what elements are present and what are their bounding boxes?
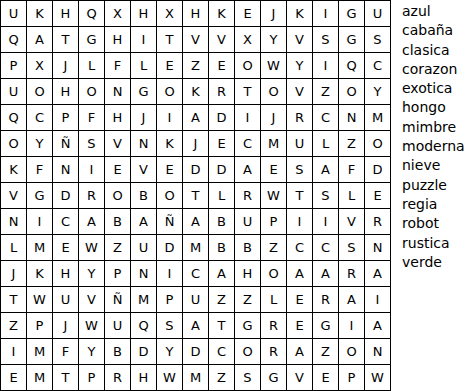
- grid-cell-r15c11[interactable]: G: [261, 365, 287, 391]
- grid-cell-r11c14[interactable]: R: [339, 261, 365, 287]
- grid-cell-r10c14[interactable]: S: [339, 235, 365, 261]
- grid-cell-r6c4[interactable]: S: [79, 131, 105, 157]
- grid-cell-r13c11[interactable]: R: [261, 313, 287, 339]
- grid-cell-r15c13[interactable]: E: [313, 365, 339, 391]
- grid-cell-r6c3[interactable]: Ñ: [53, 131, 79, 157]
- grid-cell-r1c14[interactable]: G: [339, 1, 365, 27]
- grid-cell-r4c1[interactable]: U: [1, 79, 27, 105]
- grid-cell-r11c7[interactable]: I: [157, 261, 183, 287]
- grid-cell-r2c12[interactable]: V: [287, 27, 313, 53]
- grid-cell-r1c9[interactable]: K: [209, 1, 235, 27]
- grid-cell-r14c9[interactable]: C: [209, 339, 235, 365]
- grid-cell-r11c6[interactable]: N: [131, 261, 157, 287]
- grid-cell-r11c12[interactable]: A: [287, 261, 313, 287]
- grid-cell-r12c2[interactable]: W: [27, 287, 53, 313]
- grid-cell-r1c1[interactable]: U: [1, 1, 27, 27]
- grid-cell-r12c12[interactable]: E: [287, 287, 313, 313]
- grid-cell-r9c2[interactable]: I: [27, 209, 53, 235]
- grid-cell-r8c8[interactable]: T: [183, 183, 209, 209]
- grid-cell-r2c10[interactable]: X: [235, 27, 261, 53]
- grid-cell-r8c6[interactable]: B: [131, 183, 157, 209]
- grid-cell-r3c10[interactable]: O: [235, 53, 261, 79]
- grid-cell-r5c14[interactable]: N: [339, 105, 365, 131]
- grid-cell-r10c3[interactable]: E: [53, 235, 79, 261]
- grid-cell-r6c7[interactable]: K: [157, 131, 183, 157]
- grid-cell-r14c11[interactable]: R: [261, 339, 287, 365]
- grid-cell-r14c14[interactable]: O: [339, 339, 365, 365]
- grid-cell-r2c13[interactable]: S: [313, 27, 339, 53]
- grid-cell-r13c15[interactable]: A: [365, 313, 391, 339]
- grid-cell-r6c9[interactable]: E: [209, 131, 235, 157]
- grid-cell-r6c10[interactable]: C: [235, 131, 261, 157]
- grid-cell-r1c10[interactable]: E: [235, 1, 261, 27]
- grid-cell-r12c1[interactable]: T: [1, 287, 27, 313]
- grid-cell-r10c13[interactable]: C: [313, 235, 339, 261]
- grid-cell-r15c6[interactable]: H: [131, 365, 157, 391]
- grid-cell-r11c13[interactable]: A: [313, 261, 339, 287]
- grid-cell-r7c5[interactable]: E: [105, 157, 131, 183]
- grid-cell-r11c8[interactable]: C: [183, 261, 209, 287]
- grid-cell-r4c11[interactable]: O: [261, 79, 287, 105]
- grid-cell-r8c7[interactable]: O: [157, 183, 183, 209]
- grid-cell-r10c4[interactable]: W: [79, 235, 105, 261]
- grid-cell-r5c10[interactable]: I: [235, 105, 261, 131]
- grid-cell-r15c3[interactable]: T: [53, 365, 79, 391]
- grid-cell-r6c13[interactable]: L: [313, 131, 339, 157]
- grid-cell-r1c7[interactable]: X: [157, 1, 183, 27]
- grid-cell-r5c12[interactable]: R: [287, 105, 313, 131]
- grid-cell-r3c4[interactable]: L: [79, 53, 105, 79]
- grid-cell-r9c1[interactable]: N: [1, 209, 27, 235]
- grid-cell-r12c13[interactable]: R: [313, 287, 339, 313]
- grid-cell-r2c3[interactable]: T: [53, 27, 79, 53]
- grid-cell-r7c1[interactable]: K: [1, 157, 27, 183]
- grid-cell-r10c12[interactable]: C: [287, 235, 313, 261]
- grid-cell-r4c9[interactable]: R: [209, 79, 235, 105]
- grid-cell-r2c14[interactable]: G: [339, 27, 365, 53]
- grid-cell-r1c4[interactable]: Q: [79, 1, 105, 27]
- grid-cell-r7c6[interactable]: V: [131, 157, 157, 183]
- grid-cell-r14c7[interactable]: Y: [157, 339, 183, 365]
- word-list-item: exotica: [402, 79, 465, 98]
- word-list-item: hongo: [402, 98, 465, 117]
- grid-cell-r11c11[interactable]: O: [261, 261, 287, 287]
- grid-cell-r10c1[interactable]: L: [1, 235, 27, 261]
- grid-cell-r15c14[interactable]: P: [339, 365, 365, 391]
- grid-cell-r12c14[interactable]: A: [339, 287, 365, 313]
- grid-cell-r1c13[interactable]: I: [313, 1, 339, 27]
- grid-cell-r4c8[interactable]: K: [183, 79, 209, 105]
- grid-cell-r15c15[interactable]: W: [365, 365, 391, 391]
- grid-cell-r3c5[interactable]: F: [105, 53, 131, 79]
- grid-cell-r11c9[interactable]: A: [209, 261, 235, 287]
- grid-cell-r7c3[interactable]: N: [53, 157, 79, 183]
- word-list-item: azul: [402, 2, 465, 21]
- word-list-item: rustica: [402, 234, 465, 253]
- grid-cell-r6c14[interactable]: Z: [339, 131, 365, 157]
- grid-cell-r12c5[interactable]: Ñ: [105, 287, 131, 313]
- grid-cell-r2c5[interactable]: H: [105, 27, 131, 53]
- word-search-grid: UKHQXHXHKEJKIGUQATGHITVVXYVSGSPXJLFLEZEO…: [0, 0, 391, 391]
- grid-cell-r15c7[interactable]: W: [157, 365, 183, 391]
- grid-cell-r7c12[interactable]: S: [287, 157, 313, 183]
- grid-cell-r10c10[interactable]: B: [235, 235, 261, 261]
- grid-cell-r14c6[interactable]: D: [131, 339, 157, 365]
- grid-cell-r7c11[interactable]: E: [261, 157, 287, 183]
- grid-cell-r5c2[interactable]: C: [27, 105, 53, 131]
- grid-cell-r13c1[interactable]: Z: [1, 313, 27, 339]
- grid-cell-r8c13[interactable]: S: [313, 183, 339, 209]
- grid-cell-r13c8[interactable]: A: [183, 313, 209, 339]
- grid-cell-r13c14[interactable]: I: [339, 313, 365, 339]
- grid-cell-r6c2[interactable]: Y: [27, 131, 53, 157]
- grid-cell-r11c1[interactable]: J: [1, 261, 27, 287]
- word-list-item: mimbre: [402, 118, 465, 137]
- grid-cell-r10c6[interactable]: U: [131, 235, 157, 261]
- grid-cell-r12c8[interactable]: U: [183, 287, 209, 313]
- word-list-item: corazon: [402, 60, 465, 79]
- grid-cell-r15c4[interactable]: P: [79, 365, 105, 391]
- grid-cell-r12c6[interactable]: M: [131, 287, 157, 313]
- grid-cell-r15c10[interactable]: S: [235, 365, 261, 391]
- grid-cell-r2c9[interactable]: V: [209, 27, 235, 53]
- grid-cell-r13c3[interactable]: J: [53, 313, 79, 339]
- word-list: azulcabañaclasicacorazonexoticahongomimb…: [402, 2, 465, 272]
- grid-cell-r9c7[interactable]: Ñ: [157, 209, 183, 235]
- grid-cell-r7c15[interactable]: D: [365, 157, 391, 183]
- grid-cell-r4c3[interactable]: H: [53, 79, 79, 105]
- grid-cell-r1c11[interactable]: J: [261, 1, 287, 27]
- grid-cell-r13c13[interactable]: G: [313, 313, 339, 339]
- grid-cell-r15c8[interactable]: M: [183, 365, 209, 391]
- grid-cell-r12c4[interactable]: V: [79, 287, 105, 313]
- grid-cell-r7c7[interactable]: E: [157, 157, 183, 183]
- grid-cell-r12c9[interactable]: Z: [209, 287, 235, 313]
- grid-cell-r3c9[interactable]: E: [209, 53, 235, 79]
- grid-cell-r1c3[interactable]: H: [53, 1, 79, 27]
- grid-cell-r3c11[interactable]: W: [261, 53, 287, 79]
- grid-cell-r11c3[interactable]: H: [53, 261, 79, 287]
- grid-cell-r5c15[interactable]: M: [365, 105, 391, 131]
- grid-cell-r7c4[interactable]: I: [79, 157, 105, 183]
- grid-cell-r4c15[interactable]: Y: [365, 79, 391, 105]
- grid-cell-r5c8[interactable]: A: [183, 105, 209, 131]
- grid-cell-r8c12[interactable]: T: [287, 183, 313, 209]
- grid-cell-r5c7[interactable]: I: [157, 105, 183, 131]
- grid-cell-r8c10[interactable]: R: [235, 183, 261, 209]
- grid-cell-r11c10[interactable]: H: [235, 261, 261, 287]
- grid-cell-r13c4[interactable]: W: [79, 313, 105, 339]
- grid-cell-r14c15[interactable]: N: [365, 339, 391, 365]
- grid-cell-r12c10[interactable]: Z: [235, 287, 261, 313]
- grid-cell-r14c4[interactable]: Y: [79, 339, 105, 365]
- grid-cell-r9c4[interactable]: A: [79, 209, 105, 235]
- grid-cell-r3c2[interactable]: X: [27, 53, 53, 79]
- grid-cell-r15c5[interactable]: R: [105, 365, 131, 391]
- grid-cell-r6c11[interactable]: M: [261, 131, 287, 157]
- word-list-item: robot: [402, 214, 465, 233]
- grid-cell-r3c14[interactable]: Q: [339, 53, 365, 79]
- grid-cell-r10c2[interactable]: M: [27, 235, 53, 261]
- grid-cell-r11c2[interactable]: K: [27, 261, 53, 287]
- grid-cell-r12c7[interactable]: P: [157, 287, 183, 313]
- grid-cell-r15c12[interactable]: V: [287, 365, 313, 391]
- grid-cell-r14c10[interactable]: O: [235, 339, 261, 365]
- word-search-page: UKHQXHXHKEJKIGUQATGHITVVXYVSGSPXJLFLEZEO…: [0, 0, 471, 391]
- grid-cell-r2c1[interactable]: Q: [1, 27, 27, 53]
- word-list-item: nieve: [402, 156, 465, 175]
- grid-cell-r9c6[interactable]: A: [131, 209, 157, 235]
- grid-cell-r4c6[interactable]: G: [131, 79, 157, 105]
- grid-cell-r7c2[interactable]: F: [27, 157, 53, 183]
- grid-cell-r7c10[interactable]: A: [235, 157, 261, 183]
- grid-cell-r4c10[interactable]: T: [235, 79, 261, 105]
- grid-cell-r9c11[interactable]: P: [261, 209, 287, 235]
- grid-cell-r6c6[interactable]: N: [131, 131, 157, 157]
- grid-cell-r3c1[interactable]: P: [1, 53, 27, 79]
- grid-cell-r10c5[interactable]: Z: [105, 235, 131, 261]
- grid-cell-r9c13[interactable]: I: [313, 209, 339, 235]
- grid-cell-r7c14[interactable]: F: [339, 157, 365, 183]
- grid-cell-r1c5[interactable]: X: [105, 1, 131, 27]
- grid-cell-r14c5[interactable]: B: [105, 339, 131, 365]
- grid-cell-r2c8[interactable]: V: [183, 27, 209, 53]
- grid-cell-r3c13[interactable]: I: [313, 53, 339, 79]
- grid-cell-r9c10[interactable]: U: [235, 209, 261, 235]
- grid-cell-r10c11[interactable]: Z: [261, 235, 287, 261]
- grid-cell-r1c15[interactable]: U: [365, 1, 391, 27]
- grid-cell-r6c5[interactable]: V: [105, 131, 131, 157]
- grid-cell-r6c12[interactable]: U: [287, 131, 313, 157]
- grid-cell-r4c12[interactable]: V: [287, 79, 313, 105]
- grid-cell-r3c12[interactable]: Y: [287, 53, 313, 79]
- grid-cell-r5c5[interactable]: H: [105, 105, 131, 131]
- grid-cell-r4c4[interactable]: O: [79, 79, 105, 105]
- grid-cell-r13c7[interactable]: S: [157, 313, 183, 339]
- grid-cell-r11c15[interactable]: A: [365, 261, 391, 287]
- word-list-item: moderna: [402, 137, 465, 156]
- grid-cell-r2c15[interactable]: S: [365, 27, 391, 53]
- grid-cell-r3c8[interactable]: Z: [183, 53, 209, 79]
- grid-cell-r4c5[interactable]: N: [105, 79, 131, 105]
- grid-cell-r7c13[interactable]: A: [313, 157, 339, 183]
- word-list-item: puzzle: [402, 176, 465, 195]
- grid-cell-r5c6[interactable]: J: [131, 105, 157, 131]
- grid-cell-r7c9[interactable]: D: [209, 157, 235, 183]
- grid-cell-r3c7[interactable]: E: [157, 53, 183, 79]
- grid-cell-r10c15[interactable]: N: [365, 235, 391, 261]
- grid-cell-r4c14[interactable]: O: [339, 79, 365, 105]
- grid-cell-r6c1[interactable]: O: [1, 131, 27, 157]
- grid-cell-r8c2[interactable]: G: [27, 183, 53, 209]
- grid-cell-r5c9[interactable]: D: [209, 105, 235, 131]
- grid-cell-r9c14[interactable]: V: [339, 209, 365, 235]
- grid-cell-r9c5[interactable]: B: [105, 209, 131, 235]
- grid-cell-r5c4[interactable]: F: [79, 105, 105, 131]
- grid-cell-r14c1[interactable]: I: [1, 339, 27, 365]
- grid-cell-r9c12[interactable]: I: [287, 209, 313, 235]
- grid-cell-r10c7[interactable]: D: [157, 235, 183, 261]
- grid-cell-r1c6[interactable]: H: [131, 1, 157, 27]
- grid-cell-r14c13[interactable]: Z: [313, 339, 339, 365]
- grid-cell-r7c8[interactable]: D: [183, 157, 209, 183]
- grid-cell-r9c15[interactable]: R: [365, 209, 391, 235]
- grid-cell-r5c3[interactable]: P: [53, 105, 79, 131]
- grid-cell-r13c6[interactable]: Q: [131, 313, 157, 339]
- grid-cell-r6c8[interactable]: J: [183, 131, 209, 157]
- grid-cell-r10c8[interactable]: M: [183, 235, 209, 261]
- grid-cell-r15c9[interactable]: Z: [209, 365, 235, 391]
- grid-cell-r14c8[interactable]: D: [183, 339, 209, 365]
- grid-cell-r14c2[interactable]: M: [27, 339, 53, 365]
- grid-cell-r15c1[interactable]: E: [1, 365, 27, 391]
- grid-cell-r8c14[interactable]: L: [339, 183, 365, 209]
- grid-cell-r6c15[interactable]: O: [365, 131, 391, 157]
- grid-cell-r13c9[interactable]: T: [209, 313, 235, 339]
- grid-cell-r8c4[interactable]: R: [79, 183, 105, 209]
- grid-cell-r4c13[interactable]: Z: [313, 79, 339, 105]
- word-list-item: verde: [402, 253, 465, 272]
- grid-cell-r5c13[interactable]: C: [313, 105, 339, 131]
- grid-cell-r14c3[interactable]: F: [53, 339, 79, 365]
- grid-cell-r3c6[interactable]: L: [131, 53, 157, 79]
- grid-cell-r12c11[interactable]: L: [261, 287, 287, 313]
- grid-cell-r12c3[interactable]: U: [53, 287, 79, 313]
- grid-cell-r2c6[interactable]: I: [131, 27, 157, 53]
- grid-cell-r3c3[interactable]: J: [53, 53, 79, 79]
- grid-cell-r13c2[interactable]: P: [27, 313, 53, 339]
- grid-cell-r1c12[interactable]: K: [287, 1, 313, 27]
- grid-cell-r1c2[interactable]: K: [27, 1, 53, 27]
- grid-cell-r5c11[interactable]: J: [261, 105, 287, 131]
- grid-cell-r2c7[interactable]: T: [157, 27, 183, 53]
- grid-cell-r8c9[interactable]: L: [209, 183, 235, 209]
- grid-cell-r2c2[interactable]: A: [27, 27, 53, 53]
- grid-cell-r13c12[interactable]: E: [287, 313, 313, 339]
- grid-cell-r2c11[interactable]: Y: [261, 27, 287, 53]
- grid-cell-r4c7[interactable]: O: [157, 79, 183, 105]
- grid-cell-r4c2[interactable]: O: [27, 79, 53, 105]
- grid-cell-r8c15[interactable]: E: [365, 183, 391, 209]
- grid-cell-r9c3[interactable]: C: [53, 209, 79, 235]
- grid-cell-r13c5[interactable]: U: [105, 313, 131, 339]
- grid-cell-r5c1[interactable]: Q: [1, 105, 27, 131]
- grid-cell-r1c8[interactable]: H: [183, 1, 209, 27]
- grid-cell-r2c4[interactable]: G: [79, 27, 105, 53]
- grid-cell-r9c8[interactable]: A: [183, 209, 209, 235]
- grid-cell-r8c3[interactable]: D: [53, 183, 79, 209]
- grid-cell-r12c15[interactable]: I: [365, 287, 391, 313]
- grid-cell-r11c4[interactable]: Y: [79, 261, 105, 287]
- grid-cell-r8c11[interactable]: W: [261, 183, 287, 209]
- word-list-item: cabaña: [402, 21, 465, 40]
- grid-cell-r11c5[interactable]: P: [105, 261, 131, 287]
- grid-cell-r10c9[interactable]: B: [209, 235, 235, 261]
- grid-cell-r8c1[interactable]: V: [1, 183, 27, 209]
- grid-cell-r8c5[interactable]: O: [105, 183, 131, 209]
- grid-cell-r14c12[interactable]: A: [287, 339, 313, 365]
- grid-cell-r9c9[interactable]: B: [209, 209, 235, 235]
- grid-cell-r13c10[interactable]: G: [235, 313, 261, 339]
- word-list-item: clasica: [402, 41, 465, 60]
- grid-cell-r15c2[interactable]: M: [27, 365, 53, 391]
- grid-cell-r3c15[interactable]: C: [365, 53, 391, 79]
- word-list-item: regia: [402, 195, 465, 214]
